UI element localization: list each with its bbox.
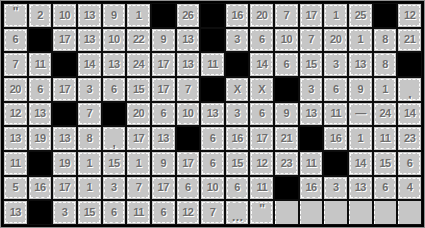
code-number: 10 (59, 10, 70, 21)
code-number: 6 (284, 59, 290, 70)
cell-r2c3[interactable]: 17 (53, 29, 76, 52)
code-number: 14 (256, 59, 267, 70)
cell-r9c16[interactable] (374, 201, 397, 224)
code-number: 6 (382, 182, 388, 193)
code-number: 13 (59, 133, 70, 144)
code-number: 14 (355, 158, 366, 169)
cell-r7c8[interactable]: 17 (177, 152, 200, 175)
cell-r6c5[interactable]: , (103, 127, 126, 150)
cell-r8c9[interactable]: 10 (201, 177, 224, 200)
code-number: 11 (35, 59, 46, 70)
code-number: 21 (281, 133, 292, 144)
code-number: 11 (133, 207, 144, 218)
cell-r9c13[interactable] (300, 201, 323, 224)
cell-r1c4[interactable]: 13 (78, 4, 101, 27)
code-number: 17 (305, 10, 316, 21)
cell-r8c4[interactable]: 1 (78, 177, 101, 200)
cell-r2c15[interactable]: 1 (349, 29, 372, 52)
cell-r8c14[interactable]: 3 (324, 177, 347, 200)
code-number: 8 (382, 59, 388, 70)
cell-r7c6[interactable]: 1 (127, 152, 150, 175)
cell-r6c15[interactable]: 1 (349, 127, 372, 150)
code-number: 24 (379, 108, 390, 119)
given-symbol: — (355, 108, 366, 119)
code-number: 6 (37, 84, 43, 95)
code-number: 16 (305, 182, 316, 193)
code-number: 13 (207, 108, 218, 119)
cell-r1c17[interactable]: 12 (398, 4, 421, 27)
code-number: 7 (185, 84, 191, 95)
cell-r3c9[interactable]: 11 (201, 53, 224, 76)
cell-r6c6[interactable]: 17 (127, 127, 150, 150)
cell-r4c17[interactable]: , (398, 78, 421, 101)
code-number: 11 (256, 182, 267, 193)
code-number: 8 (86, 133, 92, 144)
cell-r1c11[interactable]: 20 (250, 4, 273, 27)
code-number: 2 (37, 10, 43, 21)
cell-r7c16[interactable]: 15 (374, 152, 397, 175)
code-number: 7 (284, 10, 290, 21)
cell-r4c14[interactable]: 6 (324, 78, 347, 101)
code-number: 20 (10, 84, 21, 95)
code-number: 3 (333, 59, 339, 70)
code-number: 10 (182, 108, 193, 119)
code-number: 1 (333, 10, 339, 21)
cell-r4c11[interactable]: X (250, 78, 273, 101)
code-number: 6 (407, 158, 413, 169)
code-number: 3 (308, 84, 314, 95)
code-number: 8 (382, 34, 388, 45)
code-number: 9 (358, 84, 364, 95)
code-number: 20 (133, 108, 144, 119)
code-number: 16 (34, 182, 45, 193)
cell-r6c10[interactable]: 16 (226, 127, 249, 150)
cell-r7c5[interactable]: 15 (103, 152, 126, 175)
puzzle-frame: "210139126162071712512617131022913361072… (0, 0, 425, 228)
code-number: 6 (111, 84, 117, 95)
cell-r1c1[interactable]: " (4, 4, 27, 27)
cell-r9c7[interactable]: 6 (152, 201, 175, 224)
code-number: 1 (136, 10, 142, 21)
cell-r3c8[interactable]: 13 (177, 53, 200, 76)
code-number: 3 (62, 207, 68, 218)
cell-r6c3[interactable]: 13 (53, 127, 76, 150)
board: "210139126162071712512617131022913361072… (1, 1, 424, 227)
cell-r4c4[interactable]: 3 (78, 78, 101, 101)
block-cell-r6c13 (300, 127, 323, 150)
cell-r9c11[interactable]: " (250, 201, 273, 224)
cell-r9c3[interactable]: 3 (53, 201, 76, 224)
cell-r8c1[interactable]: 5 (4, 177, 27, 200)
code-number: 10 (281, 34, 292, 45)
cell-r2c16[interactable]: 8 (374, 29, 397, 52)
code-number: 13 (108, 59, 119, 70)
cell-r2c5[interactable]: 10 (103, 29, 126, 52)
cell-r1c15[interactable]: 25 (349, 4, 372, 27)
code-number: 13 (10, 207, 21, 218)
cell-r4c1[interactable]: 20 (4, 78, 27, 101)
code-number: 11 (380, 133, 391, 144)
code-number: 17 (133, 133, 144, 144)
code-number: 1 (382, 84, 388, 95)
code-number: 9 (284, 108, 290, 119)
cell-r9c14[interactable] (324, 201, 347, 224)
cell-r1c13[interactable]: 17 (300, 4, 323, 27)
code-number: 15 (379, 158, 390, 169)
cell-r8c8[interactable]: 6 (177, 177, 200, 200)
cell-r7c13[interactable]: 11 (300, 152, 323, 175)
block-cell-r9c2 (29, 201, 52, 224)
code-number: 19 (59, 158, 70, 169)
code-number: 17 (59, 84, 70, 95)
cell-r7c17[interactable]: 6 (398, 152, 421, 175)
code-number: 3 (111, 182, 117, 193)
code-number: 13 (355, 59, 366, 70)
cell-r2c11[interactable]: 6 (250, 29, 273, 52)
cell-r2c6[interactable]: 22 (127, 29, 150, 52)
code-number: 1 (358, 133, 364, 144)
cell-r5c16[interactable]: 24 (374, 103, 397, 126)
block-cell-r5c5 (103, 103, 126, 126)
code-number: 13 (158, 133, 169, 144)
cell-r2c13[interactable]: 7 (300, 29, 323, 52)
code-number: 6 (111, 207, 117, 218)
cell-r1c14[interactable]: 1 (324, 4, 347, 27)
cell-r8c11[interactable]: 11 (250, 177, 273, 200)
code-number: 13 (305, 108, 316, 119)
block-cell-r3c17 (398, 53, 421, 76)
code-number: 9 (160, 34, 166, 45)
cell-r3c7[interactable]: 17 (152, 53, 175, 76)
code-number: 17 (158, 182, 169, 193)
cell-r5c9[interactable]: 13 (201, 103, 224, 126)
code-number: 13 (84, 34, 95, 45)
cell-r2c4[interactable]: 13 (78, 29, 101, 52)
cell-r4c15[interactable]: 9 (349, 78, 372, 101)
code-number: 7 (86, 108, 92, 119)
code-number: 3 (333, 182, 339, 193)
code-number: 6 (13, 34, 19, 45)
cell-r7c3[interactable]: 19 (53, 152, 76, 175)
code-number: 17 (59, 182, 70, 193)
cell-r5c4[interactable]: 7 (78, 103, 101, 126)
block-cell-r1c9 (201, 4, 224, 27)
code-number: 4 (407, 182, 413, 193)
code-number: 1 (136, 158, 142, 169)
cell-r3c2[interactable]: 11 (29, 53, 52, 76)
code-number: 3 (86, 84, 92, 95)
code-number: 7 (308, 34, 314, 45)
code-number: 21 (404, 34, 415, 45)
block-cell-r7c14 (324, 152, 347, 175)
code-number: 23 (404, 133, 415, 144)
code-number: 6 (210, 158, 216, 169)
cell-r5c10[interactable]: 3 (226, 103, 249, 126)
given-symbol: X (234, 84, 241, 95)
code-number: 16 (330, 133, 341, 144)
code-number: 5 (13, 182, 19, 193)
cell-r6c17[interactable]: 23 (398, 127, 421, 150)
cell-r7c15[interactable]: 14 (349, 152, 372, 175)
cell-r5c15[interactable]: — (349, 103, 372, 126)
block-cell-r1c7 (152, 4, 175, 27)
cell-r2c17[interactable]: 21 (398, 29, 421, 52)
given-symbol: … (231, 211, 243, 223)
given-symbol: X (258, 84, 265, 95)
cell-r8c6[interactable]: 7 (127, 177, 150, 200)
code-number: 6 (160, 108, 166, 119)
code-number: 17 (158, 84, 169, 95)
cell-r5c11[interactable]: 6 (250, 103, 273, 126)
cell-r3c1[interactable]: 7 (4, 53, 27, 76)
cell-r7c11[interactable]: 12 (250, 152, 273, 175)
cell-r7c9[interactable]: 6 (201, 152, 224, 175)
code-number: 6 (160, 207, 166, 218)
cell-r1c2[interactable]: 2 (29, 4, 52, 27)
cell-r4c16[interactable]: 1 (374, 78, 397, 101)
cell-r7c1[interactable]: 11 (4, 152, 27, 175)
cell-r7c4[interactable]: 1 (78, 152, 101, 175)
cell-r5c7[interactable]: 6 (152, 103, 175, 126)
code-number: 16 (232, 133, 243, 144)
code-number: 6 (333, 84, 339, 95)
cell-r5c1[interactable]: 12 (4, 103, 27, 126)
cell-r8c15[interactable]: 13 (349, 177, 372, 200)
code-number: 1 (86, 158, 92, 169)
code-number: 7 (210, 207, 216, 218)
code-number: 1 (358, 34, 364, 45)
code-number: 17 (256, 133, 267, 144)
cell-r2c14[interactable]: 20 (324, 29, 347, 52)
code-number: 17 (158, 59, 169, 70)
cell-r5c13[interactable]: 13 (300, 103, 323, 126)
cell-r9c4[interactable]: 15 (78, 201, 101, 224)
cell-r9c9[interactable]: 7 (201, 201, 224, 224)
cell-r4c6[interactable]: 15 (127, 78, 150, 101)
cell-r9c12[interactable] (275, 201, 298, 224)
cell-r4c3[interactable]: 17 (53, 78, 76, 101)
code-number: 7 (13, 59, 19, 70)
given-symbol: " (259, 202, 265, 215)
cell-r6c7[interactable]: 13 (152, 127, 175, 150)
code-number: 20 (330, 34, 341, 45)
cell-r8c2[interactable]: 16 (29, 177, 52, 200)
given-symbol: , (112, 137, 115, 149)
code-number: 23 (281, 158, 292, 169)
cell-r9c15[interactable] (349, 201, 372, 224)
cell-r6c12[interactable]: 21 (275, 127, 298, 150)
code-number: 6 (259, 108, 265, 119)
cell-r3c12[interactable]: 6 (275, 53, 298, 76)
code-number: 9 (160, 158, 166, 169)
cell-r6c16[interactable]: 11 (374, 127, 397, 150)
block-cell-r7c2 (29, 152, 52, 175)
code-number: 16 (232, 10, 243, 21)
cell-r5c14[interactable]: 11 (324, 103, 347, 126)
block-cell-r6c8 (177, 127, 200, 150)
cell-r9c10[interactable]: … (226, 201, 249, 224)
block-cell-r4c12 (275, 78, 298, 101)
cell-r6c14[interactable]: 16 (324, 127, 347, 150)
cell-r7c10[interactable]: 15 (226, 152, 249, 175)
cell-r1c6[interactable]: 1 (127, 4, 150, 27)
cell-r4c7[interactable]: 17 (152, 78, 175, 101)
cell-r5c17[interactable]: 14 (398, 103, 421, 126)
cell-r7c12[interactable]: 23 (275, 152, 298, 175)
code-number: 25 (355, 10, 366, 21)
cell-r5c6[interactable]: 20 (127, 103, 150, 126)
code-number: 13 (182, 34, 193, 45)
cell-r4c5[interactable]: 6 (103, 78, 126, 101)
cell-r4c2[interactable]: 6 (29, 78, 52, 101)
code-number: 19 (34, 133, 45, 144)
cell-r2c8[interactable]: 13 (177, 29, 200, 52)
cell-r3c5[interactable]: 13 (103, 53, 126, 76)
code-number: 11 (330, 108, 341, 119)
cell-r2c7[interactable]: 9 (152, 29, 175, 52)
cell-r6c2[interactable]: 19 (29, 127, 52, 150)
block-cell-r8c12 (275, 177, 298, 200)
code-number: 12 (256, 158, 267, 169)
code-number: 11 (306, 158, 317, 169)
cell-r8c10[interactable]: 6 (226, 177, 249, 200)
code-number: 26 (182, 10, 193, 21)
code-number: 24 (133, 59, 144, 70)
code-number: 17 (59, 34, 70, 45)
cell-r9c5[interactable]: 6 (103, 201, 126, 224)
code-number: 15 (133, 84, 144, 95)
cell-r4c13[interactable]: 3 (300, 78, 323, 101)
cell-r6c9[interactable]: 6 (201, 127, 224, 150)
code-number: 22 (133, 34, 144, 45)
code-number: 15 (305, 59, 316, 70)
code-number: 3 (234, 34, 240, 45)
code-number: 13 (10, 133, 21, 144)
block-cell-r5c3 (53, 103, 76, 126)
code-number: 3 (234, 108, 240, 119)
code-number: 13 (182, 59, 193, 70)
given-symbol: " (12, 5, 18, 18)
code-number: 6 (210, 133, 216, 144)
cell-r8c7[interactable]: 17 (152, 177, 175, 200)
code-number: 15 (108, 158, 119, 169)
cell-r1c5[interactable]: 9 (103, 4, 126, 27)
block-cell-r2c2 (29, 29, 52, 52)
code-number: 1 (86, 182, 92, 193)
cell-r3c13[interactable]: 15 (300, 53, 323, 76)
code-number: 6 (185, 182, 191, 193)
code-number: 13 (84, 10, 95, 21)
cell-r1c8[interactable]: 26 (177, 4, 200, 27)
cell-r1c12[interactable]: 7 (275, 4, 298, 27)
code-number: 14 (84, 59, 95, 70)
cell-r6c11[interactable]: 17 (250, 127, 273, 150)
block-cell-r2c9 (201, 29, 224, 52)
cell-r3c15[interactable]: 13 (349, 53, 372, 76)
code-number: 10 (207, 182, 218, 193)
code-number: 12 (10, 108, 21, 119)
cell-r4c10[interactable]: X (226, 78, 249, 101)
cell-r5c12[interactable]: 9 (275, 103, 298, 126)
code-number: 11 (207, 59, 218, 70)
code-number: 10 (108, 34, 119, 45)
block-cell-r1c16 (374, 4, 397, 27)
cell-r4c8[interactable]: 7 (177, 78, 200, 101)
cell-r6c1[interactable]: 13 (4, 127, 27, 150)
code-number: 13 (34, 108, 45, 119)
code-number: 14 (404, 108, 415, 119)
cell-r1c3[interactable]: 10 (53, 4, 76, 27)
code-number: 12 (182, 207, 193, 218)
cell-r3c4[interactable]: 14 (78, 53, 101, 76)
block-cell-r3c10 (226, 53, 249, 76)
cell-r8c3[interactable]: 17 (53, 177, 76, 200)
cell-r9c17[interactable] (398, 201, 421, 224)
code-number: 6 (234, 182, 240, 193)
cell-r1c10[interactable]: 16 (226, 4, 249, 27)
cell-r2c1[interactable]: 6 (4, 29, 27, 52)
block-cell-r3c3 (53, 53, 76, 76)
cell-r8c5[interactable]: 3 (103, 177, 126, 200)
cell-r3c6[interactable]: 24 (127, 53, 150, 76)
block-cell-r4c9 (201, 78, 224, 101)
cell-r8c13[interactable]: 16 (300, 177, 323, 200)
code-number: 15 (84, 207, 95, 218)
code-number: 12 (404, 10, 415, 21)
cell-r2c12[interactable]: 10 (275, 29, 298, 52)
code-number: 9 (111, 10, 117, 21)
cell-r9c1[interactable]: 13 (4, 201, 27, 224)
code-number: 13 (355, 182, 366, 193)
cell-r8c17[interactable]: 4 (398, 177, 421, 200)
code-number: 15 (232, 158, 243, 169)
cell-r3c14[interactable]: 3 (324, 53, 347, 76)
cell-r2c10[interactable]: 3 (226, 29, 249, 52)
code-number: 6 (259, 34, 265, 45)
cell-r5c2[interactable]: 13 (29, 103, 52, 126)
code-number: 20 (256, 10, 267, 21)
cell-r7c7[interactable]: 9 (152, 152, 175, 175)
given-symbol: , (408, 88, 411, 100)
cell-r5c8[interactable]: 10 (177, 103, 200, 126)
cell-r8c16[interactable]: 6 (374, 177, 397, 200)
code-number: 7 (136, 182, 142, 193)
cell-r3c11[interactable]: 14 (250, 53, 273, 76)
cell-r3c16[interactable]: 8 (374, 53, 397, 76)
cell-r6c4[interactable]: 8 (78, 127, 101, 150)
code-number: 11 (10, 158, 21, 169)
code-number: 17 (182, 158, 193, 169)
cell-r9c6[interactable]: 11 (127, 201, 150, 224)
cell-r9c8[interactable]: 12 (177, 201, 200, 224)
